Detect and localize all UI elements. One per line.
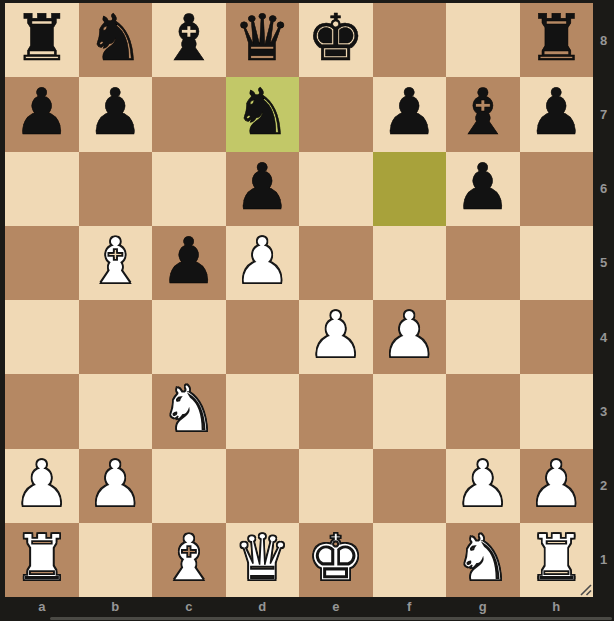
square-b2[interactable]: ♟ xyxy=(79,449,153,523)
square-a8[interactable]: ♜ xyxy=(5,3,79,77)
square-h6[interactable] xyxy=(520,152,594,226)
square-g8[interactable] xyxy=(446,3,520,77)
rank-label-6: 6 xyxy=(593,152,614,226)
piece-black-pawn[interactable]: ♟ xyxy=(381,80,438,144)
square-d8[interactable]: ♛ xyxy=(226,3,300,77)
board-resize-handle[interactable] xyxy=(578,582,593,597)
piece-black-rook[interactable]: ♜ xyxy=(528,6,585,70)
square-a4[interactable] xyxy=(5,300,79,374)
file-label-c: c xyxy=(152,596,226,616)
square-g7[interactable]: ♝ xyxy=(446,77,520,151)
square-b7[interactable]: ♟ xyxy=(79,77,153,151)
piece-white-pawn[interactable]: ♟ xyxy=(381,303,438,367)
piece-black-pawn[interactable]: ♟ xyxy=(234,155,291,219)
square-a5[interactable] xyxy=(5,226,79,300)
square-c2[interactable] xyxy=(152,449,226,523)
square-g3[interactable] xyxy=(446,374,520,448)
square-d1[interactable]: ♛ xyxy=(226,523,300,597)
square-a3[interactable] xyxy=(5,374,79,448)
square-b1[interactable] xyxy=(79,523,153,597)
piece-black-knight[interactable]: ♞ xyxy=(87,6,144,70)
square-h4[interactable] xyxy=(520,300,594,374)
square-f1[interactable] xyxy=(373,523,447,597)
square-f8[interactable] xyxy=(373,3,447,77)
square-g1[interactable]: ♞ xyxy=(446,523,520,597)
piece-black-pawn[interactable]: ♟ xyxy=(454,155,511,219)
file-label-g: g xyxy=(446,596,520,616)
square-g2[interactable]: ♟ xyxy=(446,449,520,523)
square-c5[interactable]: ♟ xyxy=(152,226,226,300)
piece-black-king[interactable]: ♚ xyxy=(307,6,364,70)
chess-board: ♜♞♝♛♚♜♟♟♞♟♝♟♟♟♝♟♟♟♟♞♟♟♟♟♜♝♛♚♞♜ xyxy=(5,3,593,597)
square-b3[interactable] xyxy=(79,374,153,448)
square-f6[interactable] xyxy=(373,152,447,226)
piece-white-pawn[interactable]: ♟ xyxy=(234,229,291,293)
square-e8[interactable]: ♚ xyxy=(299,3,373,77)
square-c3[interactable]: ♞ xyxy=(152,374,226,448)
square-b4[interactable] xyxy=(79,300,153,374)
square-h8[interactable]: ♜ xyxy=(520,3,594,77)
square-f4[interactable]: ♟ xyxy=(373,300,447,374)
square-e3[interactable] xyxy=(299,374,373,448)
piece-black-knight[interactable]: ♞ xyxy=(234,80,291,144)
square-c8[interactable]: ♝ xyxy=(152,3,226,77)
square-c4[interactable] xyxy=(152,300,226,374)
square-c6[interactable] xyxy=(152,152,226,226)
square-d4[interactable] xyxy=(226,300,300,374)
square-b5[interactable]: ♝ xyxy=(79,226,153,300)
piece-white-king[interactable]: ♚ xyxy=(307,526,364,590)
rank-coordinates: 87654321 xyxy=(593,3,614,597)
rank-label-3: 3 xyxy=(593,374,614,448)
piece-black-pawn[interactable]: ♟ xyxy=(87,80,144,144)
square-e6[interactable] xyxy=(299,152,373,226)
piece-white-bishop[interactable]: ♝ xyxy=(87,229,144,293)
rank-label-7: 7 xyxy=(593,77,614,151)
piece-black-pawn[interactable]: ♟ xyxy=(528,80,585,144)
piece-white-pawn[interactable]: ♟ xyxy=(454,452,511,516)
piece-white-pawn[interactable]: ♟ xyxy=(13,452,70,516)
rank-label-1: 1 xyxy=(593,523,614,597)
piece-white-bishop[interactable]: ♝ xyxy=(160,526,217,590)
square-f3[interactable] xyxy=(373,374,447,448)
square-a6[interactable] xyxy=(5,152,79,226)
piece-white-pawn[interactable]: ♟ xyxy=(87,452,144,516)
square-f2[interactable] xyxy=(373,449,447,523)
horizontal-scrollbar-thumb[interactable] xyxy=(50,617,612,620)
square-b8[interactable]: ♞ xyxy=(79,3,153,77)
square-h3[interactable] xyxy=(520,374,594,448)
piece-black-bishop[interactable]: ♝ xyxy=(160,6,217,70)
square-c7[interactable] xyxy=(152,77,226,151)
rank-label-5: 5 xyxy=(593,226,614,300)
file-label-a: a xyxy=(5,596,79,616)
piece-black-bishop[interactable]: ♝ xyxy=(454,80,511,144)
file-coordinates: abcdefgh xyxy=(5,596,593,616)
square-e4[interactable]: ♟ xyxy=(299,300,373,374)
square-d3[interactable] xyxy=(226,374,300,448)
square-g4[interactable] xyxy=(446,300,520,374)
piece-black-rook[interactable]: ♜ xyxy=(13,6,70,70)
file-label-e: e xyxy=(299,596,373,616)
file-label-b: b xyxy=(79,596,153,616)
square-g5[interactable] xyxy=(446,226,520,300)
square-d2[interactable] xyxy=(226,449,300,523)
square-c1[interactable]: ♝ xyxy=(152,523,226,597)
file-label-h: h xyxy=(520,596,594,616)
piece-white-rook[interactable]: ♜ xyxy=(528,526,585,590)
square-e5[interactable] xyxy=(299,226,373,300)
file-label-d: d xyxy=(226,596,300,616)
file-label-f: f xyxy=(373,596,447,616)
rank-label-4: 4 xyxy=(593,300,614,374)
piece-white-pawn[interactable]: ♟ xyxy=(307,303,364,367)
piece-white-knight[interactable]: ♞ xyxy=(454,526,511,590)
rank-label-2: 2 xyxy=(593,449,614,523)
square-f5[interactable] xyxy=(373,226,447,300)
piece-black-queen[interactable]: ♛ xyxy=(234,6,291,70)
square-e2[interactable] xyxy=(299,449,373,523)
square-d7[interactable]: ♞ xyxy=(226,77,300,151)
square-a2[interactable]: ♟ xyxy=(5,449,79,523)
square-d6[interactable]: ♟ xyxy=(226,152,300,226)
piece-black-pawn[interactable]: ♟ xyxy=(13,80,70,144)
square-g6[interactable]: ♟ xyxy=(446,152,520,226)
piece-black-pawn[interactable]: ♟ xyxy=(160,229,217,293)
square-e1[interactable]: ♚ xyxy=(299,523,373,597)
square-a1[interactable]: ♜ xyxy=(5,523,79,597)
square-b6[interactable] xyxy=(79,152,153,226)
square-d5[interactable]: ♟ xyxy=(226,226,300,300)
piece-white-rook[interactable]: ♜ xyxy=(13,526,70,590)
square-h5[interactable] xyxy=(520,226,594,300)
square-f7[interactable]: ♟ xyxy=(373,77,447,151)
rank-label-8: 8 xyxy=(593,3,614,77)
square-e7[interactable] xyxy=(299,77,373,151)
piece-white-pawn[interactable]: ♟ xyxy=(528,452,585,516)
piece-white-knight[interactable]: ♞ xyxy=(160,377,217,441)
square-h2[interactable]: ♟ xyxy=(520,449,594,523)
square-h7[interactable]: ♟ xyxy=(520,77,594,151)
piece-white-queen[interactable]: ♛ xyxy=(234,526,291,590)
square-a7[interactable]: ♟ xyxy=(5,77,79,151)
